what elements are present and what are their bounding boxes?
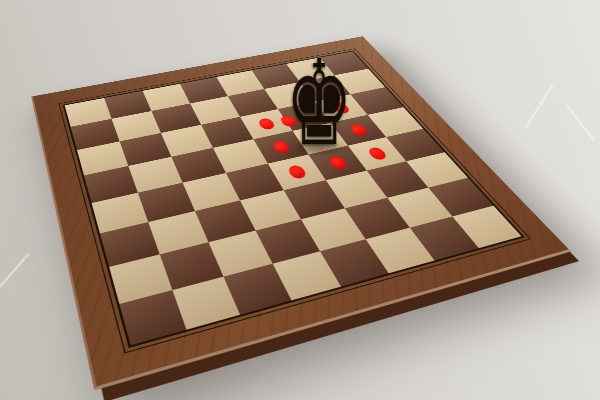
table-scratch (0, 253, 29, 331)
table-scratch (566, 105, 595, 141)
table-surface: ♚ (0, 0, 600, 400)
move-dot-g4 (366, 146, 389, 161)
move-dot-e6 (256, 117, 276, 130)
black-king-piece[interactable]: ♚ (285, 44, 353, 162)
table-scratch (524, 84, 553, 129)
